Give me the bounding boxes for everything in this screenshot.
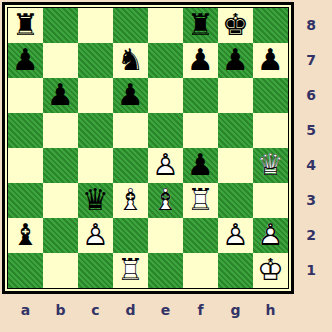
piece-white-bishop[interactable]: ♝♗ <box>148 183 183 218</box>
chess-board-frame: ♜♜♚♟♞♟♟♟♟♟♟♙♟♛♕♛♝♗♝♗♜♖♝♟♙♟♙♟♙♜♖♚♔ <box>2 2 294 294</box>
black-piece-glyph: ♟ <box>8 43 43 78</box>
piece-white-pawn[interactable]: ♟♙ <box>218 218 253 253</box>
square-e3[interactable]: ♝♗ <box>148 183 183 218</box>
rank-label-2: 2 <box>298 218 324 253</box>
square-f7[interactable]: ♟ <box>183 43 218 78</box>
square-d4[interactable] <box>113 148 148 183</box>
black-piece-glyph: ♟ <box>43 78 78 113</box>
black-piece-glyph: ♛ <box>78 183 113 218</box>
square-h1[interactable]: ♚♔ <box>253 253 288 288</box>
white-piece-outline: ♗ <box>113 183 148 218</box>
square-c6[interactable] <box>78 78 113 113</box>
rank-label-5: 5 <box>298 113 324 148</box>
black-piece-glyph: ♜ <box>8 8 43 43</box>
square-g4[interactable] <box>218 148 253 183</box>
piece-black-pawn[interactable]: ♟ <box>218 43 253 78</box>
square-g5[interactable] <box>218 113 253 148</box>
square-h6[interactable] <box>253 78 288 113</box>
square-a7[interactable]: ♟ <box>8 43 43 78</box>
white-piece-outline: ♙ <box>218 218 253 253</box>
square-h5[interactable] <box>253 113 288 148</box>
piece-black-rook[interactable]: ♜ <box>183 8 218 43</box>
black-piece-glyph: ♞ <box>113 43 148 78</box>
rank-label-7: 7 <box>298 43 324 78</box>
file-label-h: h <box>253 297 288 323</box>
piece-black-pawn[interactable]: ♟ <box>183 148 218 183</box>
piece-white-queen[interactable]: ♛♕ <box>253 148 288 183</box>
piece-black-pawn[interactable]: ♟ <box>8 43 43 78</box>
chess-diagram: ♜♜♚♟♞♟♟♟♟♟♟♙♟♛♕♛♝♗♝♗♜♖♝♟♙♟♙♟♙♜♖♚♔ 876543… <box>0 0 332 332</box>
black-piece-glyph: ♟ <box>218 43 253 78</box>
file-label-f: f <box>183 297 218 323</box>
square-e4[interactable]: ♟♙ <box>148 148 183 183</box>
piece-white-bishop[interactable]: ♝♗ <box>113 183 148 218</box>
square-f8[interactable]: ♜ <box>183 8 218 43</box>
square-b3[interactable] <box>43 183 78 218</box>
square-e2[interactable] <box>148 218 183 253</box>
rank-label-4: 4 <box>298 148 324 183</box>
file-label-e: e <box>148 297 183 323</box>
square-a6[interactable] <box>8 78 43 113</box>
white-piece-outline: ♕ <box>253 148 288 183</box>
white-piece-outline: ♖ <box>113 253 148 288</box>
white-piece-outline: ♖ <box>183 183 218 218</box>
square-c3[interactable]: ♛ <box>78 183 113 218</box>
square-c2[interactable]: ♟♙ <box>78 218 113 253</box>
piece-white-pawn[interactable]: ♟♙ <box>253 218 288 253</box>
piece-white-rook[interactable]: ♜♖ <box>183 183 218 218</box>
file-label-a: a <box>8 297 43 323</box>
piece-black-bishop[interactable]: ♝ <box>8 218 43 253</box>
square-d2[interactable] <box>113 218 148 253</box>
rank-label-8: 8 <box>298 8 324 43</box>
square-f3[interactable]: ♜♖ <box>183 183 218 218</box>
square-e1[interactable] <box>148 253 183 288</box>
square-f1[interactable] <box>183 253 218 288</box>
square-d5[interactable] <box>113 113 148 148</box>
piece-white-king[interactable]: ♚♔ <box>253 253 288 288</box>
piece-black-queen[interactable]: ♛ <box>78 183 113 218</box>
square-a5[interactable] <box>8 113 43 148</box>
square-a4[interactable] <box>8 148 43 183</box>
black-piece-glyph: ♜ <box>183 8 218 43</box>
square-h3[interactable] <box>253 183 288 218</box>
piece-white-pawn[interactable]: ♟♙ <box>148 148 183 183</box>
square-d1[interactable]: ♜♖ <box>113 253 148 288</box>
square-f2[interactable] <box>183 218 218 253</box>
white-piece-outline: ♙ <box>253 218 288 253</box>
black-piece-glyph: ♝ <box>8 218 43 253</box>
file-label-c: c <box>78 297 113 323</box>
square-g6[interactable] <box>218 78 253 113</box>
black-piece-glyph: ♟ <box>183 148 218 183</box>
piece-white-rook[interactable]: ♜♖ <box>113 253 148 288</box>
piece-black-pawn[interactable]: ♟ <box>113 78 148 113</box>
square-a8[interactable]: ♜ <box>8 8 43 43</box>
square-b8[interactable] <box>43 8 78 43</box>
square-b1[interactable] <box>43 253 78 288</box>
square-e6[interactable] <box>148 78 183 113</box>
piece-black-pawn[interactable]: ♟ <box>253 43 288 78</box>
square-d3[interactable]: ♝♗ <box>113 183 148 218</box>
black-piece-glyph: ♟ <box>253 43 288 78</box>
square-h4[interactable]: ♛♕ <box>253 148 288 183</box>
black-piece-glyph: ♟ <box>183 43 218 78</box>
square-c8[interactable] <box>78 8 113 43</box>
square-c1[interactable] <box>78 253 113 288</box>
board-grid: ♜♜♚♟♞♟♟♟♟♟♟♙♟♛♕♛♝♗♝♗♜♖♝♟♙♟♙♟♙♜♖♚♔ <box>7 7 289 289</box>
black-piece-glyph: ♟ <box>113 78 148 113</box>
piece-black-knight[interactable]: ♞ <box>113 43 148 78</box>
square-c7[interactable] <box>78 43 113 78</box>
square-e8[interactable] <box>148 8 183 43</box>
white-piece-outline: ♗ <box>148 183 183 218</box>
square-e5[interactable] <box>148 113 183 148</box>
square-d8[interactable] <box>113 8 148 43</box>
square-g2[interactable]: ♟♙ <box>218 218 253 253</box>
square-d7[interactable]: ♞ <box>113 43 148 78</box>
square-g7[interactable]: ♟ <box>218 43 253 78</box>
black-piece-glyph: ♚ <box>218 8 253 43</box>
square-h7[interactable]: ♟ <box>253 43 288 78</box>
square-h2[interactable]: ♟♙ <box>253 218 288 253</box>
square-b2[interactable] <box>43 218 78 253</box>
white-piece-outline: ♔ <box>253 253 288 288</box>
square-f6[interactable] <box>183 78 218 113</box>
square-h8[interactable] <box>253 8 288 43</box>
square-d6[interactable]: ♟ <box>113 78 148 113</box>
rank-label-6: 6 <box>298 78 324 113</box>
square-b4[interactable] <box>43 148 78 183</box>
piece-black-pawn[interactable]: ♟ <box>43 78 78 113</box>
rank-label-3: 3 <box>298 183 324 218</box>
piece-black-king[interactable]: ♚ <box>218 8 253 43</box>
white-piece-outline: ♙ <box>148 148 183 183</box>
file-label-b: b <box>43 297 78 323</box>
square-f5[interactable] <box>183 113 218 148</box>
rank-label-1: 1 <box>298 253 324 288</box>
square-a3[interactable] <box>8 183 43 218</box>
square-c5[interactable] <box>78 113 113 148</box>
piece-black-rook[interactable]: ♜ <box>8 8 43 43</box>
square-c4[interactable] <box>78 148 113 183</box>
piece-black-pawn[interactable]: ♟ <box>183 43 218 78</box>
square-b6[interactable]: ♟ <box>43 78 78 113</box>
square-g8[interactable]: ♚ <box>218 8 253 43</box>
square-f4[interactable]: ♟ <box>183 148 218 183</box>
square-g1[interactable] <box>218 253 253 288</box>
square-b5[interactable] <box>43 113 78 148</box>
file-labels: abcdefgh <box>8 297 288 323</box>
white-piece-outline: ♙ <box>78 218 113 253</box>
file-label-d: d <box>113 297 148 323</box>
piece-white-pawn[interactable]: ♟♙ <box>78 218 113 253</box>
square-b7[interactable] <box>43 43 78 78</box>
square-g3[interactable] <box>218 183 253 218</box>
rank-labels: 87654321 <box>298 8 324 288</box>
square-a2[interactable]: ♝ <box>8 218 43 253</box>
square-e7[interactable] <box>148 43 183 78</box>
square-a1[interactable] <box>8 253 43 288</box>
file-label-g: g <box>218 297 253 323</box>
